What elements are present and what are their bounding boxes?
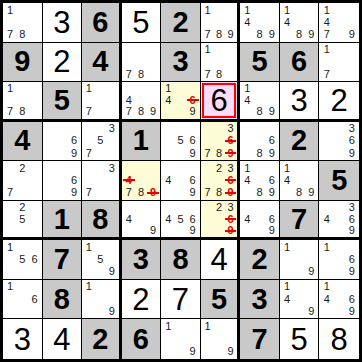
candidate-mark: 1 <box>83 241 95 253</box>
cell-r3c1[interactable]: 178 <box>3 82 43 122</box>
candidate-mark: 6 <box>28 254 40 266</box>
cell-r5c2[interactable]: 69 <box>43 161 83 201</box>
candidate-mark: 3 <box>345 123 358 135</box>
cell-r8c7[interactable]: 3 <box>240 280 280 320</box>
cell-r7c2[interactable]: 7 <box>43 240 83 280</box>
candidate-mark: 4 <box>320 16 333 28</box>
candidate-mark: 9 <box>187 106 199 118</box>
candidate-mark: 8 <box>254 147 266 159</box>
cell-r1c3[interactable]: 6 <box>82 3 122 43</box>
candidate-mark: 1 <box>4 83 16 95</box>
candidate-grid: 37 <box>83 162 118 199</box>
cell-r6c4[interactable]: 49 <box>122 201 162 241</box>
candidate-mark: 9 <box>225 28 237 40</box>
candidate-mark: 7 <box>4 187 16 199</box>
candidate-mark: 6 <box>68 135 80 147</box>
cell-r4c3[interactable]: 357 <box>82 122 122 162</box>
cell-r9c4[interactable]: 6 <box>122 319 162 359</box>
candidate-mark: 4 <box>281 293 293 305</box>
cell-r1c6[interactable]: 1789 <box>201 3 241 43</box>
given-digit: 9 <box>14 47 30 76</box>
candidate-mark: 4 <box>241 95 253 107</box>
candidate-mark: 9 <box>266 106 278 118</box>
candidate-mark: 1 <box>281 162 293 174</box>
cell-r7c5[interactable]: 8 <box>161 240 201 280</box>
candidate-grid: 2369 <box>202 202 237 237</box>
candidate-mark: 6 <box>68 174 80 186</box>
cell-r8c1[interactable]: 16 <box>3 280 43 320</box>
candidate-mark: 9 <box>106 305 118 317</box>
candidate-grid: 3469 <box>320 202 358 237</box>
candidate-mark: 5 <box>95 254 107 266</box>
candidate-mark: 4 <box>162 213 174 225</box>
candidate-mark: 9 <box>305 305 317 317</box>
given-digit: 2 <box>252 245 268 274</box>
eliminated-candidate: 4 <box>123 174 135 186</box>
candidate-mark: 7 <box>202 187 214 199</box>
cell-r8c6[interactable]: 5 <box>201 280 241 320</box>
candidate-grid: 1489 <box>281 4 318 41</box>
cell-r5c1[interactable]: 27 <box>3 161 43 201</box>
eliminated-candidate: 9 <box>225 147 237 159</box>
given-digit: 6 <box>291 47 307 76</box>
candidate-mark: 1 <box>281 281 293 293</box>
candidate-mark: 4 <box>241 174 253 186</box>
candidate-mark: 1 <box>241 83 253 95</box>
candidate-grid: 19 <box>162 320 199 358</box>
candidate-mark: 6 <box>345 135 358 147</box>
candidate-mark: 9 <box>266 225 278 237</box>
candidate-mark: 4 <box>241 213 253 225</box>
candidate-mark: 8 <box>254 28 266 40</box>
cell-r3c2[interactable]: 5 <box>43 82 83 122</box>
solved-digit: 5 <box>291 324 308 355</box>
candidate-mark: 9 <box>305 266 317 278</box>
candidate-mark: 9 <box>305 28 317 40</box>
candidate-grid: 27 <box>4 162 41 199</box>
cell-r8c8[interactable]: 149 <box>280 280 320 320</box>
candidate-grid: 159 <box>83 241 118 278</box>
candidate-mark: 1 <box>202 320 214 333</box>
candidate-mark: 7 <box>123 68 135 80</box>
solved-digit: 4 <box>210 244 227 275</box>
candidate-mark: 9 <box>147 225 159 237</box>
given-digit: 7 <box>54 245 70 274</box>
candidate-mark: 8 <box>293 28 305 40</box>
candidate-grid: 17 <box>320 44 358 81</box>
cell-r2c8[interactable]: 6 <box>280 43 320 83</box>
candidate-grid: 178 <box>4 4 41 41</box>
cell-r3c3[interactable]: 17 <box>82 82 122 122</box>
candidate-mark: 9 <box>266 147 278 159</box>
candidate-mark: 7 <box>202 28 214 40</box>
given-digit: 7 <box>252 325 268 354</box>
candidate-mark: 7 <box>123 106 135 118</box>
given-digit: 2 <box>291 126 307 155</box>
candidate-mark: 4 <box>162 95 174 107</box>
sudoku-board: 1783652178914891489147992478317856171785… <box>0 0 362 362</box>
candidate-mark: 1 <box>241 162 253 174</box>
cell-r5c7[interactable]: 14689 <box>240 161 280 201</box>
candidate-mark: 4 <box>162 174 174 186</box>
cell-r9c2[interactable]: 4 <box>43 319 83 359</box>
cell-r2c6[interactable]: 178 <box>201 43 241 83</box>
candidate-mark: 8 <box>16 28 28 40</box>
cell-r7c9[interactable]: 169 <box>319 240 359 280</box>
cell-r1c7[interactable]: 1489 <box>240 3 280 43</box>
cell-r7c8[interactable]: 19 <box>280 240 320 280</box>
cell-r4c8[interactable]: 2 <box>280 122 320 162</box>
cell-r1c1[interactable]: 178 <box>3 3 43 43</box>
candidate-grid: 19 <box>83 281 118 318</box>
candidate-mark: 2 <box>16 162 28 174</box>
given-digit: 8 <box>172 245 188 274</box>
candidate-mark: 6 <box>266 135 278 147</box>
candidate-grid: 469 <box>241 202 278 237</box>
cell-r2c1[interactable]: 9 <box>3 43 43 83</box>
given-digit: 2 <box>172 8 188 37</box>
candidate-mark: 9 <box>187 187 199 199</box>
candidate-mark: 6 <box>187 135 199 147</box>
cell-r4c1[interactable]: 4 <box>3 122 43 162</box>
candidate-mark: 1 <box>281 4 293 16</box>
candidate-mark: 7 <box>202 147 214 159</box>
solved-digit: 3 <box>14 324 31 355</box>
cell-r2c7[interactable]: 5 <box>240 43 280 83</box>
candidate-mark: 7 <box>123 187 135 199</box>
candidate-mark: 8 <box>135 68 147 80</box>
cell-r3c6[interactable]: 6 <box>201 82 241 122</box>
candidate-mark: 8 <box>135 187 147 199</box>
cell-r7c1[interactable]: 156 <box>3 240 43 280</box>
cell-r5c8[interactable]: 1489 <box>280 161 320 201</box>
cell-r9c6[interactable]: 19 <box>201 319 241 359</box>
candidate-mark: 5 <box>16 213 28 225</box>
given-digit: 7 <box>291 205 307 234</box>
candidate-mark: 3 <box>225 123 237 135</box>
candidate-mark: 6 <box>28 293 40 305</box>
cell-r5c9[interactable]: 5 <box>319 161 359 201</box>
cell-r1c4[interactable]: 5 <box>122 3 162 43</box>
candidate-grid: 1789 <box>202 4 237 41</box>
cell-r8c9[interactable]: 1469 <box>319 280 359 320</box>
cell-r9c5[interactable]: 19 <box>161 319 201 359</box>
cell-r6c9[interactable]: 3469 <box>319 201 359 241</box>
candidate-mark: 8 <box>213 187 225 199</box>
candidate-grid: 156 <box>4 241 41 278</box>
candidate-grid: 69 <box>44 123 81 160</box>
candidate-grid: 19 <box>202 320 237 358</box>
candidate-mark: 7 <box>83 106 95 118</box>
given-digit: 6 <box>92 8 108 37</box>
candidate-mark: 9 <box>147 106 159 118</box>
cell-r4c6[interactable]: 36789 <box>201 122 241 162</box>
cell-r9c8[interactable]: 5 <box>280 319 320 359</box>
solved-digit: 2 <box>331 85 348 116</box>
cell-r7c7[interactable]: 2 <box>240 240 280 280</box>
candidate-mark: 6 <box>187 174 199 186</box>
cell-r3c7[interactable]: 1489 <box>240 82 280 122</box>
candidate-mark: 4 <box>281 16 293 28</box>
candidate-mark: 8 <box>254 187 266 199</box>
given-digit: 5 <box>54 86 70 115</box>
cell-r1c5[interactable]: 2 <box>161 3 201 43</box>
candidate-mark: 7 <box>320 68 333 80</box>
cell-r3c5[interactable]: 1469 <box>161 82 201 122</box>
eliminated-candidate: 9 <box>225 225 237 237</box>
cell-r7c3[interactable]: 159 <box>82 240 122 280</box>
cell-r8c2[interactable]: 8 <box>43 280 83 320</box>
solved-digit: 8 <box>331 324 348 355</box>
candidate-grid: 1489 <box>241 4 278 41</box>
cell-r2c5[interactable]: 3 <box>161 43 201 83</box>
candidate-mark: 2 <box>16 202 28 214</box>
candidate-mark: 6 <box>345 254 358 266</box>
candidate-mark: 4 <box>320 293 333 305</box>
cell-r6c3[interactable]: 8 <box>82 201 122 241</box>
cell-r1c8[interactable]: 1489 <box>280 3 320 43</box>
candidate-mark: 9 <box>187 225 199 237</box>
candidate-mark: 3 <box>225 202 237 214</box>
candidate-mark: 9 <box>345 28 358 40</box>
candidate-grid: 357 <box>83 123 118 160</box>
candidate-mark: 3 <box>106 162 118 174</box>
candidate-mark: 8 <box>135 106 147 118</box>
candidate-mark: 4 <box>320 213 333 225</box>
given-digit: 4 <box>92 47 108 76</box>
eliminated-candidate: 6 <box>225 135 237 147</box>
cell-r6c7[interactable]: 469 <box>240 201 280 241</box>
cell-r6c5[interactable]: 4569 <box>161 201 201 241</box>
solved-digit: 7 <box>172 284 189 315</box>
candidate-mark: 1 <box>241 4 253 16</box>
cell-r8c3[interactable]: 19 <box>82 280 122 320</box>
candidate-grid: 236789 <box>202 162 237 199</box>
candidate-mark: 1 <box>202 4 214 16</box>
candidate-grid: 36789 <box>202 123 237 160</box>
candidate-mark: 1 <box>83 83 95 95</box>
solved-digit: 6 <box>210 85 227 116</box>
candidate-grid: 1479 <box>320 4 358 41</box>
cell-r1c9[interactable]: 1479 <box>319 3 359 43</box>
candidate-grid: 369 <box>320 123 358 160</box>
solved-digit: 2 <box>132 284 149 315</box>
cell-r2c3[interactable]: 4 <box>82 43 122 83</box>
candidate-mark: 9 <box>266 187 278 199</box>
candidate-mark: 5 <box>174 135 186 147</box>
given-digit: 5 <box>331 166 347 195</box>
candidate-mark: 8 <box>213 28 225 40</box>
cell-r3c9[interactable]: 2 <box>319 82 359 122</box>
candidate-mark: 2 <box>213 162 225 174</box>
given-digit: 3 <box>133 245 149 274</box>
given-digit: 3 <box>172 47 188 76</box>
cell-r9c3[interactable]: 2 <box>82 319 122 359</box>
candidate-mark: 9 <box>187 345 199 358</box>
candidate-mark: 9 <box>187 147 199 159</box>
solved-digit: 5 <box>132 7 149 38</box>
candidate-mark: 7 <box>202 68 214 80</box>
candidate-mark: 6 <box>266 174 278 186</box>
candidate-mark: 1 <box>83 281 95 293</box>
candidate-mark: 1 <box>320 44 333 56</box>
candidate-mark: 5 <box>95 135 107 147</box>
given-digit: 8 <box>54 285 70 314</box>
candidate-grid: 16 <box>4 281 41 318</box>
cell-r2c2[interactable]: 2 <box>43 43 83 83</box>
candidate-mark: 6 <box>345 293 358 305</box>
candidate-mark: 4 <box>281 174 293 186</box>
candidate-mark: 9 <box>305 187 317 199</box>
cell-r4c2[interactable]: 69 <box>43 122 83 162</box>
candidate-grid: 49 <box>123 202 160 237</box>
given-digit: 8 <box>92 205 108 234</box>
cell-r9c1[interactable]: 3 <box>3 319 43 359</box>
cell-r9c9[interactable]: 8 <box>319 319 359 359</box>
candidate-mark: 8 <box>16 106 28 118</box>
candidate-mark: 5 <box>174 213 186 225</box>
given-digit: 2 <box>92 325 108 354</box>
candidate-mark: 8 <box>293 187 305 199</box>
given-digit: 4 <box>14 126 30 155</box>
candidate-mark: 1 <box>320 241 333 253</box>
candidate-mark: 7 <box>320 28 333 40</box>
candidate-grid: 149 <box>281 281 318 318</box>
candidate-mark: 3 <box>225 162 237 174</box>
candidate-grid: 78 <box>123 44 160 81</box>
cell-r5c6[interactable]: 236789 <box>201 161 241 201</box>
candidate-mark: 1 <box>4 4 16 16</box>
candidate-grid: 178 <box>4 83 41 118</box>
cell-r9c7[interactable]: 7 <box>240 319 280 359</box>
candidate-grid: 69 <box>44 162 81 199</box>
cell-r7c6[interactable]: 4 <box>201 240 241 280</box>
cell-r8c5[interactable]: 7 <box>161 280 201 320</box>
candidate-mark: 1 <box>320 4 333 16</box>
cell-r6c6[interactable]: 2369 <box>201 201 241 241</box>
candidate-mark: 9 <box>106 266 118 278</box>
cell-r4c9[interactable]: 369 <box>319 122 359 162</box>
candidate-grid: 1469 <box>162 83 199 118</box>
cell-r2c4[interactable]: 78 <box>122 43 162 83</box>
cell-r1c2[interactable]: 3 <box>43 3 83 43</box>
candidate-grid: 4569 <box>162 202 199 237</box>
candidate-grid: 25 <box>4 202 41 237</box>
candidate-mark: 8 <box>254 106 266 118</box>
candidate-mark: 1 <box>281 241 293 253</box>
candidate-mark: 7 <box>4 28 16 40</box>
candidate-mark: 1 <box>202 44 214 56</box>
candidate-mark: 1 <box>4 241 16 253</box>
candidate-mark: 9 <box>345 147 358 159</box>
cell-r4c4[interactable]: 1 <box>122 122 162 162</box>
cell-r5c3[interactable]: 37 <box>82 161 122 201</box>
cell-r3c8[interactable]: 3 <box>280 82 320 122</box>
candidate-mark: 9 <box>345 305 358 317</box>
candidate-mark: 8 <box>213 147 225 159</box>
given-digit: 6 <box>133 325 149 354</box>
cell-r7c4[interactable]: 3 <box>122 240 162 280</box>
candidate-grid: 569 <box>162 123 199 160</box>
candidate-mark: 2 <box>213 202 225 214</box>
candidate-grid: 1469 <box>320 281 358 318</box>
candidate-mark: 7 <box>83 147 95 159</box>
candidate-grid: 1489 <box>241 83 278 118</box>
candidate-grid: 1489 <box>281 162 318 199</box>
candidate-mark: 9 <box>345 266 358 278</box>
solved-digit: 2 <box>53 46 70 77</box>
cell-r4c7[interactable]: 689 <box>240 122 280 162</box>
candidate-mark: 9 <box>225 345 237 358</box>
candidate-grid: 19 <box>281 241 318 278</box>
candidate-grid: 14689 <box>241 162 278 199</box>
given-digit: 1 <box>54 205 70 234</box>
candidate-mark: 4 <box>123 213 135 225</box>
given-digit: 1 <box>133 126 149 155</box>
solved-digit: 3 <box>53 7 70 38</box>
eliminated-candidate: 6 <box>225 174 237 186</box>
cell-r5c5[interactable]: 469 <box>161 161 201 201</box>
eliminated-candidate: 9 <box>147 187 159 199</box>
candidate-grid: 4789 <box>123 162 160 199</box>
solved-digit: 3 <box>291 85 308 116</box>
candidate-mark: 9 <box>345 225 358 237</box>
cell-r2c9[interactable]: 17 <box>319 43 359 83</box>
given-digit: 5 <box>252 47 268 76</box>
candidate-mark: 1 <box>4 281 16 293</box>
candidate-mark: 8 <box>213 68 225 80</box>
cell-r6c8[interactable]: 7 <box>280 201 320 241</box>
candidate-mark: 5 <box>16 254 28 266</box>
eliminated-candidate: 9 <box>225 187 237 199</box>
candidate-grid: 17 <box>83 83 118 118</box>
candidate-grid: 169 <box>320 241 358 278</box>
candidate-mark: 4 <box>241 16 253 28</box>
given-digit: 5 <box>211 285 227 314</box>
candidate-grid: 4789 <box>123 83 160 118</box>
candidate-mark: 9 <box>266 28 278 40</box>
candidate-mark: 1 <box>162 83 174 95</box>
candidate-mark: 7 <box>83 187 95 199</box>
candidate-mark: 9 <box>68 187 80 199</box>
cell-r3c4[interactable]: 4789 <box>122 82 162 122</box>
given-digit: 3 <box>252 285 268 314</box>
solved-digit: 4 <box>53 324 70 355</box>
candidate-grid: 469 <box>162 162 199 199</box>
cell-r4c5[interactable]: 569 <box>161 122 201 162</box>
cell-r5c4[interactable]: 4789 <box>122 161 162 201</box>
cell-r6c2[interactable]: 1 <box>43 201 83 241</box>
candidate-mark: 3 <box>345 202 358 214</box>
candidate-mark: 7 <box>4 106 16 118</box>
candidate-grid: 178 <box>202 44 237 81</box>
cell-r6c1[interactable]: 25 <box>3 201 43 241</box>
cell-r8c4[interactable]: 2 <box>122 280 162 320</box>
candidate-mark: 1 <box>320 281 333 293</box>
candidate-mark: 3 <box>106 123 118 135</box>
candidate-grid: 689 <box>241 123 278 160</box>
candidate-mark: 1 <box>162 320 174 333</box>
candidate-mark: 9 <box>68 147 80 159</box>
